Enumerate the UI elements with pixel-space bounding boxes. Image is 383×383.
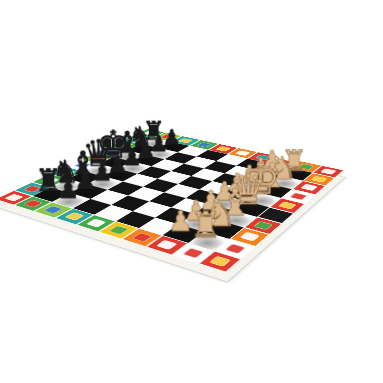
track-illustration — [215, 146, 231, 151]
track-cell — [189, 140, 219, 150]
track-cell — [123, 134, 153, 144]
track-illustration — [209, 256, 231, 267]
track-illustration — [23, 200, 43, 208]
track-illustration — [103, 149, 119, 155]
track-illustration — [130, 136, 145, 141]
black-pawn: ♟ — [57, 177, 80, 202]
track-illustration — [160, 134, 175, 139]
black-rook: ♜ — [142, 118, 165, 144]
black-pawn: ♟ — [149, 133, 168, 155]
track-illustration — [289, 192, 307, 200]
black-knight: ♞ — [128, 123, 153, 150]
board-square — [184, 157, 216, 169]
track-cell — [96, 146, 128, 157]
board-square — [122, 174, 157, 187]
track-cell — [153, 132, 182, 142]
track-illustration — [64, 212, 84, 221]
track-illustration — [224, 243, 246, 253]
track-cell — [110, 140, 141, 150]
track-cell — [171, 136, 201, 146]
black-bishop: ♝ — [114, 127, 141, 157]
product-photo: ♜♟♟♜♞♟♟♞♝♟♟♝♚♟♟♚♛♟♟♛♝♟♟♝♞♟♟♞♜♟♟♜ — [0, 0, 383, 383]
board-square — [171, 164, 204, 176]
board-square: ♞ — [127, 144, 158, 155]
track-illustration — [178, 138, 193, 143]
track-illustration — [320, 168, 336, 174]
track-illustration — [4, 194, 24, 202]
track-illustration — [43, 206, 63, 214]
board-square — [151, 159, 184, 171]
track-illustration — [253, 221, 273, 230]
track-illustration — [143, 131, 158, 136]
board-square: ♟ — [158, 142, 189, 152]
track-illustration — [182, 248, 204, 259]
track-illustration — [117, 142, 133, 147]
board-square: ♝ — [114, 150, 146, 161]
track-illustration — [278, 201, 297, 209]
track-illustration — [310, 176, 327, 183]
board-square — [196, 150, 227, 161]
board-square — [177, 146, 208, 157]
track-illustration — [86, 219, 107, 228]
board-square: ♟ — [132, 155, 164, 167]
black-pawn: ♟ — [136, 139, 156, 161]
track-illustration — [156, 240, 178, 250]
board-square: ♟ — [146, 148, 177, 159]
board-square: ♜ — [140, 138, 170, 148]
white-rook: ♜ — [190, 207, 222, 243]
board-square — [157, 171, 191, 184]
track-illustration — [239, 232, 260, 242]
board-grid: ♜♟♟♜♞♟♟♞♝♟♟♝♚♟♟♚♛♟♟♛♝♟♟♝♞♟♟♞♜♟♟♜ — [0, 129, 344, 273]
track-illustration — [300, 184, 318, 191]
track-illustration — [196, 142, 211, 147]
board-square — [137, 166, 171, 179]
chess-board: ♜♟♟♜♞♟♟♞♝♟♟♝♚♟♟♚♛♟♟♛♝♟♟♝♞♟♟♞♜♟♟♜ — [52, 58, 304, 310]
board-square — [143, 179, 178, 193]
track-cell — [208, 144, 238, 155]
black-pawn: ♟ — [122, 146, 142, 169]
black-pawn: ♟ — [162, 127, 181, 148]
track-illustration — [132, 232, 153, 242]
track-cell — [136, 129, 165, 138]
board-square — [164, 152, 196, 163]
board-square: ♟ — [118, 161, 151, 173]
track-illustration — [108, 225, 129, 234]
